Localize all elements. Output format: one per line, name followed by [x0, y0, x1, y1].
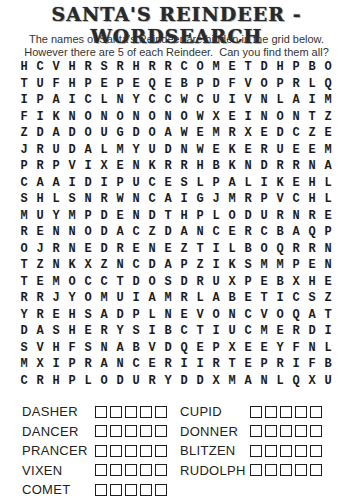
grid-cell-r18c3: H: [48, 340, 64, 357]
grid-cell-r9c16: P: [256, 191, 272, 208]
checkbox-dasher-4[interactable]: [140, 406, 152, 418]
subtitle-line-2: However there are 5 of each Reindeer. Ca…: [0, 46, 353, 58]
grid-cell-r7c5: I: [80, 158, 96, 175]
grid-cell-r9c13: J: [208, 191, 224, 208]
grid-cell-r3c9: C: [144, 92, 160, 109]
grid-cell-r12c6: D: [96, 241, 112, 258]
checkbox-comet-1[interactable]: [95, 484, 107, 496]
checkbox-dasher-5[interactable]: [155, 406, 167, 418]
grid-cell-r15c11: R: [176, 290, 192, 307]
word-label-prancer: PRANCER: [22, 443, 95, 458]
grid-cell-r6c6: L: [96, 142, 112, 159]
checkbox-prancer-1[interactable]: [95, 445, 107, 457]
grid-cell-r10c18: N: [288, 208, 304, 225]
grid-cell-r14c19: H: [304, 274, 320, 291]
grid-cell-r19c14: T: [224, 356, 240, 373]
checkbox-dasher-3[interactable]: [125, 406, 137, 418]
grid-cell-r20c4: P: [64, 373, 80, 390]
grid-cell-r10c17: R: [272, 208, 288, 225]
checkbox-dancer-5[interactable]: [155, 425, 167, 437]
word-label-comet: COMET: [22, 482, 95, 497]
grid-cell-r6c12: W: [192, 142, 208, 159]
grid-cell-r14c5: C: [80, 274, 96, 291]
grid-cell-r17c3: S: [48, 323, 64, 340]
grid-cell-r10c12: P: [192, 208, 208, 225]
grid-cell-r19c5: R: [80, 356, 96, 373]
grid-cell-r17c19: D: [304, 323, 320, 340]
grid-cell-r16c14: N: [224, 307, 240, 324]
grid-cell-r13c16: M: [256, 257, 272, 274]
grid-cell-r6c20: M: [320, 142, 336, 159]
word-label-dasher: DASHER: [22, 404, 95, 419]
grid-cell-r10c19: R: [304, 208, 320, 225]
checkbox-rudolph-3[interactable]: [280, 464, 292, 476]
grid-cell-r14c10: S: [160, 274, 176, 291]
grid-cell-r13c11: P: [176, 257, 192, 274]
grid-cell-r17c7: Y: [112, 323, 128, 340]
grid-cell-r10c4: M: [64, 208, 80, 225]
grid-cell-r4c17: O: [272, 109, 288, 126]
grid-cell-r15c19: S: [304, 290, 320, 307]
grid-cell-r18c4: F: [64, 340, 80, 357]
word-list-column-right: CUPIDDONNERBLITZENRUDOLPH: [180, 402, 332, 500]
checkbox-rudolph-4[interactable]: [295, 464, 307, 476]
grid-cell-r19c1: M: [16, 356, 32, 373]
grid-cell-r3c7: N: [112, 92, 128, 109]
checkbox-comet-2[interactable]: [110, 484, 122, 496]
checkbox-dasher-1[interactable]: [95, 406, 107, 418]
grid-cell-r2c17: P: [272, 76, 288, 93]
grid-cell-r7c18: R: [288, 158, 304, 175]
grid-cell-r5c8: D: [128, 125, 144, 142]
grid-cell-r11c1: R: [16, 224, 32, 241]
grid-cell-r12c15: B: [240, 241, 256, 258]
grid-cell-r10c16: U: [256, 208, 272, 225]
grid-cell-r1c15: T: [240, 59, 256, 76]
grid-cell-r4c15: I: [240, 109, 256, 126]
word-list-column-left: DASHERDANCERPRANCERVIXENCOMET: [22, 402, 180, 500]
grid-cell-r16c16: V: [256, 307, 272, 324]
grid-cell-r19c17: R: [272, 356, 288, 373]
grid-cell-r5c4: D: [64, 125, 80, 142]
grid-cell-r19c13: R: [208, 356, 224, 373]
checkbox-donner-3[interactable]: [280, 425, 292, 437]
grid-cell-r14c8: D: [128, 274, 144, 291]
checkbox-cupid-3[interactable]: [280, 406, 292, 418]
grid-cell-r17c20: I: [320, 323, 336, 340]
checkbox-blitzen-3[interactable]: [280, 445, 292, 457]
grid-cell-r15c4: Y: [64, 290, 80, 307]
grid-cell-r11c4: N: [64, 224, 80, 241]
word-checkboxes-dasher: [95, 406, 167, 418]
checkbox-comet-4[interactable]: [140, 484, 152, 496]
grid-cell-r20c5: L: [80, 373, 96, 390]
grid-cell-r19c19: F: [304, 356, 320, 373]
checkbox-cupid-5[interactable]: [310, 406, 322, 418]
word-row-prancer: PRANCER: [22, 441, 180, 461]
grid-cell-r16c1: Y: [16, 307, 32, 324]
grid-cell-r4c12: W: [192, 109, 208, 126]
grid-cell-r14c20: E: [320, 274, 336, 291]
grid-cell-r7c13: B: [208, 158, 224, 175]
grid-cell-r20c17: L: [272, 373, 288, 390]
word-row-dancer: DANCER: [22, 422, 180, 442]
grid-cell-r17c6: R: [96, 323, 112, 340]
checkbox-blitzen-1[interactable]: [250, 445, 262, 457]
grid-cell-r6c11: N: [176, 142, 192, 159]
grid-cell-r19c16: P: [256, 356, 272, 373]
grid-cell-r19c11: I: [176, 356, 192, 373]
grid-cell-r17c1: D: [16, 323, 32, 340]
grid-cell-r10c8: N: [128, 208, 144, 225]
grid-cell-r6c8: Y: [128, 142, 144, 159]
grid-cell-r4c6: N: [96, 109, 112, 126]
grid-cell-r12c8: E: [128, 241, 144, 258]
grid-cell-r20c18: Q: [288, 373, 304, 390]
word-row-comet: COMET: [22, 480, 180, 500]
checkbox-comet-3[interactable]: [125, 484, 137, 496]
grid-cell-r2c14: F: [224, 76, 240, 93]
grid-cell-r14c2: E: [32, 274, 48, 291]
grid-cell-r18c11: Q: [176, 340, 192, 357]
grid-cell-r14c6: C: [96, 274, 112, 291]
grid-cell-r11c18: A: [288, 224, 304, 241]
word-label-cupid: CUPID: [180, 404, 250, 419]
grid-cell-r8c16: I: [256, 175, 272, 192]
grid-cell-r3c20: M: [320, 92, 336, 109]
checkbox-cupid-2[interactable]: [265, 406, 277, 418]
grid-cell-r3c11: W: [176, 92, 192, 109]
word-checkboxes-comet: [95, 484, 167, 496]
grid-cell-r7c8: N: [128, 158, 144, 175]
grid-cell-r18c13: P: [208, 340, 224, 357]
grid-cell-r4c8: N: [128, 109, 144, 126]
word-checkboxes-dancer: [95, 425, 167, 437]
grid-cell-r11c19: Q: [304, 224, 320, 241]
grid-cell-r14c18: X: [288, 274, 304, 291]
word-checkboxes-blitzen: [250, 445, 322, 457]
checkbox-vixen-4[interactable]: [140, 464, 152, 476]
grid-cell-r5c11: W: [176, 125, 192, 142]
word-row-donner: DONNER: [180, 422, 332, 442]
grid-cell-r12c1: O: [16, 241, 32, 258]
grid-cell-r7c16: D: [256, 158, 272, 175]
grid-cell-r15c2: R: [32, 290, 48, 307]
grid-cell-r9c9: C: [144, 191, 160, 208]
grid-cell-r8c9: C: [144, 175, 160, 192]
grid-cell-r6c3: U: [48, 142, 64, 159]
grid-cell-r12c9: N: [144, 241, 160, 258]
grid-cell-r9c6: R: [96, 191, 112, 208]
grid-cell-r15c6: M: [96, 290, 112, 307]
grid-cell-r11c15: R: [240, 224, 256, 241]
grid-cell-r5c14: R: [224, 125, 240, 142]
checkbox-donner-2[interactable]: [265, 425, 277, 437]
grid-cell-r1c9: R: [144, 59, 160, 76]
grid-cell-r6c9: U: [144, 142, 160, 159]
grid-cell-r10c6: D: [96, 208, 112, 225]
grid-cell-r15c17: I: [272, 290, 288, 307]
grid-cell-r7c9: K: [144, 158, 160, 175]
grid-cell-r19c7: N: [112, 356, 128, 373]
grid-cell-r17c18: R: [288, 323, 304, 340]
word-list: DASHERDANCERPRANCERVIXENCOMET CUPIDDONNE…: [22, 402, 332, 500]
grid-cell-r14c11: D: [176, 274, 192, 291]
grid-cell-r15c10: M: [160, 290, 176, 307]
checkbox-donner-1[interactable]: [250, 425, 262, 437]
grid-cell-r16c18: Q: [288, 307, 304, 324]
grid-cell-r14c14: X: [224, 274, 240, 291]
grid-cell-r2c15: V: [240, 76, 256, 93]
grid-cell-r5c6: U: [96, 125, 112, 142]
grid-cell-r10c2: U: [32, 208, 48, 225]
grid-cell-r3c4: I: [64, 92, 80, 109]
grid-cell-r7c14: K: [224, 158, 240, 175]
grid-cell-r17c10: B: [160, 323, 176, 340]
checkbox-vixen-5[interactable]: [155, 464, 167, 476]
grid-cell-r20c15: A: [240, 373, 256, 390]
checkbox-vixen-3[interactable]: [125, 464, 137, 476]
grid-cell-r7c15: N: [240, 158, 256, 175]
grid-cell-r17c11: C: [176, 323, 192, 340]
checkbox-vixen-1[interactable]: [95, 464, 107, 476]
grid-cell-r17c2: A: [32, 323, 48, 340]
grid-cell-r6c13: E: [208, 142, 224, 159]
checkbox-prancer-3[interactable]: [125, 445, 137, 457]
grid-cell-r2c2: U: [32, 76, 48, 93]
grid-cell-r5c12: E: [192, 125, 208, 142]
grid-cell-r11c11: A: [176, 224, 192, 241]
grid-cell-r20c7: D: [112, 373, 128, 390]
grid-cell-r1c14: E: [224, 59, 240, 76]
grid-cell-r4c19: T: [304, 109, 320, 126]
grid-cell-r1c11: C: [176, 59, 192, 76]
grid-cell-r13c6: Z: [96, 257, 112, 274]
grid-cell-r16c10: N: [160, 307, 176, 324]
grid-cell-r1c20: O: [320, 59, 336, 76]
checkbox-vixen-2[interactable]: [110, 464, 122, 476]
checkbox-cupid-1[interactable]: [250, 406, 262, 418]
grid-cell-r1c1: H: [16, 59, 32, 76]
checkbox-dancer-1[interactable]: [95, 425, 107, 437]
grid-cell-r8c13: P: [208, 175, 224, 192]
grid-cell-r9c15: R: [240, 191, 256, 208]
grid-cell-r15c9: A: [144, 290, 160, 307]
grid-cell-r13c17: M: [272, 257, 288, 274]
grid-cell-r10c10: T: [160, 208, 176, 225]
grid-cell-r13c18: P: [288, 257, 304, 274]
grid-cell-r6c2: R: [32, 142, 48, 159]
grid-cell-r9c10: A: [160, 191, 176, 208]
grid-cell-r18c15: E: [240, 340, 256, 357]
checkbox-prancer-2[interactable]: [110, 445, 122, 457]
grid-cell-r6c16: R: [256, 142, 272, 159]
checkbox-dancer-4[interactable]: [140, 425, 152, 437]
grid-cell-r20c3: H: [48, 373, 64, 390]
checkbox-prancer-5[interactable]: [155, 445, 167, 457]
grid-cell-r2c3: F: [48, 76, 64, 93]
grid-cell-r1c18: P: [288, 59, 304, 76]
grid-cell-r1c2: C: [32, 59, 48, 76]
word-checkboxes-vixen: [95, 464, 167, 476]
grid-cell-r5c19: Z: [304, 125, 320, 142]
grid-cell-r3c3: A: [48, 92, 64, 109]
grid-cell-r8c2: A: [32, 175, 48, 192]
checkbox-dasher-2[interactable]: [110, 406, 122, 418]
grid-cell-r7c4: V: [64, 158, 80, 175]
grid-cell-r16c2: R: [32, 307, 48, 324]
grid-cell-r18c1: S: [16, 340, 32, 357]
grid-cell-r1c4: H: [64, 59, 80, 76]
word-row-cupid: CUPID: [180, 402, 332, 422]
grid-cell-r16c15: C: [240, 307, 256, 324]
checkbox-prancer-4[interactable]: [140, 445, 152, 457]
word-label-rudolph: RUDOLPH: [180, 463, 250, 478]
grid-cell-r8c7: P: [112, 175, 128, 192]
checkbox-blitzen-2[interactable]: [265, 445, 277, 457]
grid-cell-r19c4: P: [64, 356, 80, 373]
grid-cell-r17c13: I: [208, 323, 224, 340]
grid-cell-r4c4: N: [64, 109, 80, 126]
grid-cell-r12c10: E: [160, 241, 176, 258]
grid-cell-r12c3: R: [48, 241, 64, 258]
checkbox-cupid-4[interactable]: [295, 406, 307, 418]
grid-cell-r2c8: E: [128, 76, 144, 93]
grid-cell-r8c12: L: [192, 175, 208, 192]
grid-cell-r10c20: E: [320, 208, 336, 225]
grid-cell-r17c16: M: [256, 323, 272, 340]
grid-cell-r3c12: C: [192, 92, 208, 109]
grid-cell-r12c2: J: [32, 241, 48, 258]
grid-cell-r6c17: U: [272, 142, 288, 159]
grid-cell-r11c12: N: [192, 224, 208, 241]
grid-cell-r9c18: C: [288, 191, 304, 208]
grid-cell-r15c13: A: [208, 290, 224, 307]
grid-cell-r11c2: E: [32, 224, 48, 241]
grid-cell-r19c9: E: [144, 356, 160, 373]
grid-cell-r5c2: D: [32, 125, 48, 142]
grid-cell-r10c9: D: [144, 208, 160, 225]
grid-cell-r19c3: I: [48, 356, 64, 373]
grid-cell-r12c17: Q: [272, 241, 288, 258]
grid-cell-r4c13: X: [208, 109, 224, 126]
checkbox-donner-5[interactable]: [310, 425, 322, 437]
checkbox-dancer-2[interactable]: [110, 425, 122, 437]
grid-cell-r18c17: Y: [272, 340, 288, 357]
grid-cell-r18c14: X: [224, 340, 240, 357]
grid-cell-r18c5: S: [80, 340, 96, 357]
grid-cell-r8c18: E: [288, 175, 304, 192]
grid-cell-r2c6: E: [96, 76, 112, 93]
grid-cell-r20c10: Y: [160, 373, 176, 390]
grid-cell-r18c9: V: [144, 340, 160, 357]
grid-cell-r13c1: T: [16, 257, 32, 274]
grid-cell-r7c11: R: [176, 158, 192, 175]
grid-cell-r4c7: O: [112, 109, 128, 126]
grid-cell-r4c1: F: [16, 109, 32, 126]
grid-cell-r6c14: K: [224, 142, 240, 159]
word-checkboxes-prancer: [95, 445, 167, 457]
grid-cell-r11c8: C: [128, 224, 144, 241]
grid-cell-r13c10: A: [160, 257, 176, 274]
grid-cell-r13c12: Z: [192, 257, 208, 274]
grid-cell-r5c18: C: [288, 125, 304, 142]
grid-cell-r16c4: H: [64, 307, 80, 324]
grid-cell-r7c20: A: [320, 158, 336, 175]
grid-cell-r7c3: P: [48, 158, 64, 175]
grid-cell-r11c3: N: [48, 224, 64, 241]
grid-cell-r2c1: T: [16, 76, 32, 93]
grid-cell-r5c1: Z: [16, 125, 32, 142]
grid-cell-r13c5: X: [80, 257, 96, 274]
word-checkboxes-rudolph: [250, 464, 322, 476]
grid-cell-r2c19: L: [304, 76, 320, 93]
grid-cell-r2c20: Q: [320, 76, 336, 93]
grid-cell-r18c8: B: [128, 340, 144, 357]
checkbox-rudolph-5[interactable]: [310, 464, 322, 476]
checkbox-blitzen-5[interactable]: [310, 445, 322, 457]
grid-cell-r18c19: N: [304, 340, 320, 357]
subtitle-line-1: The names of Santa's Reindeer are hidden…: [0, 33, 353, 45]
grid-cell-r10c1: M: [16, 208, 32, 225]
grid-cell-r9c4: S: [64, 191, 80, 208]
grid-cell-r16c20: T: [320, 307, 336, 324]
grid-cell-r3c19: I: [304, 92, 320, 109]
checkbox-rudolph-1[interactable]: [250, 464, 262, 476]
grid-cell-r1c8: H: [128, 59, 144, 76]
checkbox-blitzen-4[interactable]: [295, 445, 307, 457]
grid-cell-r19c8: C: [128, 356, 144, 373]
grid-cell-r17c9: I: [144, 323, 160, 340]
grid-cell-r2c11: B: [176, 76, 192, 93]
checkbox-dancer-3[interactable]: [125, 425, 137, 437]
word-label-vixen: VIXEN: [22, 463, 95, 478]
checkbox-rudolph-2[interactable]: [265, 464, 277, 476]
grid-cell-r19c2: X: [32, 356, 48, 373]
grid-cell-r3c15: V: [240, 92, 256, 109]
grid-cell-r1c13: M: [208, 59, 224, 76]
grid-cell-r8c10: E: [160, 175, 176, 192]
grid-cell-r16c19: A: [304, 307, 320, 324]
grid-cell-r13c13: I: [208, 257, 224, 274]
grid-cell-r8c14: A: [224, 175, 240, 192]
grid-cell-r20c20: U: [320, 373, 336, 390]
grid-cell-r17c17: E: [272, 323, 288, 340]
grid-cell-r18c18: F: [288, 340, 304, 357]
grid-cell-r19c18: I: [288, 356, 304, 373]
grid-cell-r11c13: C: [208, 224, 224, 241]
grid-cell-r2c13: D: [208, 76, 224, 93]
grid-cell-r20c13: X: [208, 373, 224, 390]
checkbox-donner-4[interactable]: [295, 425, 307, 437]
grid-cell-r6c10: D: [160, 142, 176, 159]
grid-cell-r5c5: O: [80, 125, 96, 142]
grid-cell-r7c7: E: [112, 158, 128, 175]
grid-cell-r10c14: O: [224, 208, 240, 225]
grid-cell-r16c9: L: [144, 307, 160, 324]
word-checkboxes-donner: [250, 425, 322, 437]
grid-cell-r8c15: L: [240, 175, 256, 192]
grid-cell-r19c20: B: [320, 356, 336, 373]
checkbox-comet-5[interactable]: [155, 484, 167, 496]
grid-cell-r3c14: I: [224, 92, 240, 109]
word-label-donner: DONNER: [180, 424, 250, 439]
wordsearch-worksheet: SANTA'S REINDEER - WORDSEARCH The names …: [0, 0, 353, 500]
grid-cell-r16c11: E: [176, 307, 192, 324]
grid-cell-r11c6: D: [96, 224, 112, 241]
grid-cell-r16c5: S: [80, 307, 96, 324]
grid-cell-r15c1: R: [16, 290, 32, 307]
